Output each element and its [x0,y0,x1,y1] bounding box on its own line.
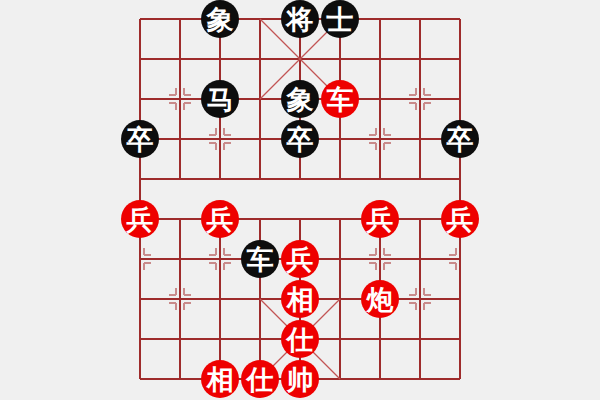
piece-black-elephant[interactable]: 象 [201,0,239,38]
piece-black-chariot[interactable]: 车 [241,240,279,278]
board-grid[interactable]: 象将士马象车卒卒卒兵兵兵兵车兵相炮仕相仕帅 [120,0,480,399]
piece-black-soldier[interactable]: 卒 [441,120,479,158]
board-point: 兵 [200,199,240,239]
board-point: 炮 [360,279,400,319]
board-point: 车 [240,239,280,279]
board-point: 帅 [280,359,320,399]
board-point: 仕 [280,319,320,359]
piece-black-general[interactable]: 将 [281,0,319,38]
piece-red-elephant[interactable]: 相 [201,360,239,398]
piece-black-soldier[interactable]: 卒 [121,120,159,158]
piece-red-soldier[interactable]: 兵 [281,240,319,278]
piece-red-elephant[interactable]: 相 [281,280,319,318]
board-point: 仕 [240,359,280,399]
board-point: 相 [280,279,320,319]
board-point: 兵 [120,199,160,239]
piece-red-general[interactable]: 帅 [281,360,319,398]
piece-red-soldier[interactable]: 兵 [201,200,239,238]
board-point: 马 [200,79,240,119]
piece-red-cannon[interactable]: 炮 [361,280,399,318]
piece-red-advisor[interactable]: 仕 [281,320,319,358]
piece-black-soldier[interactable]: 卒 [281,120,319,158]
piece-black-horse[interactable]: 马 [201,80,239,118]
board-point: 兵 [280,239,320,279]
piece-black-advisor[interactable]: 士 [321,0,359,38]
board-point: 卒 [120,119,160,159]
board-point: 车 [320,79,360,119]
piece-red-soldier[interactable]: 兵 [441,200,479,238]
board-point: 卒 [440,119,480,159]
board-point: 兵 [360,199,400,239]
board-point: 象 [200,0,240,39]
xiangqi-board: 象将士马象车卒卒卒兵兵兵兵车兵相炮仕相仕帅 [0,0,600,400]
piece-red-chariot[interactable]: 车 [321,80,359,118]
piece-red-soldier[interactable]: 兵 [361,200,399,238]
board-point: 兵 [440,199,480,239]
piece-black-elephant[interactable]: 象 [281,80,319,118]
board-point: 卒 [280,119,320,159]
board-point: 象 [280,79,320,119]
board-point: 相 [200,359,240,399]
piece-red-advisor[interactable]: 仕 [241,360,279,398]
board-point: 将 [280,0,320,39]
board-point: 士 [320,0,360,39]
piece-red-soldier[interactable]: 兵 [121,200,159,238]
